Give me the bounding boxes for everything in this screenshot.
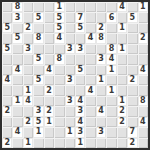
- cell-r5c3: 3: [23, 44, 33, 54]
- cell-r4c13[interactable]: [127, 33, 137, 43]
- cell-r10c1[interactable]: [2, 96, 12, 106]
- cell-r7c5: 4: [44, 65, 54, 75]
- cell-r5c6[interactable]: [54, 44, 64, 54]
- cell-r4c11[interactable]: [106, 33, 116, 43]
- cell-r3c11[interactable]: [106, 23, 116, 33]
- cell-r14c5[interactable]: [44, 138, 54, 148]
- cell-r2c12[interactable]: [117, 12, 127, 22]
- cell-r6c11: 4: [106, 54, 116, 64]
- cell-r2c11: 6: [106, 12, 116, 22]
- cell-r4c3[interactable]: [23, 33, 33, 43]
- cell-r7c14: 4: [138, 65, 148, 75]
- cell-r14c2[interactable]: [12, 138, 22, 148]
- cell-r6c14[interactable]: [138, 54, 148, 64]
- cell-r13c7: 1: [65, 127, 75, 137]
- cell-r7c13[interactable]: [127, 65, 137, 75]
- cell-r8c4: 5: [33, 75, 43, 85]
- cell-r7c10[interactable]: [96, 65, 106, 75]
- minesweeper-board: 8141355765525521584482533381583444514453…: [0, 0, 150, 150]
- cell-r6c9[interactable]: [85, 54, 95, 64]
- cell-r5c13[interactable]: [127, 44, 137, 54]
- cell-r4c2: 5: [12, 33, 22, 43]
- cell-r9c13[interactable]: [127, 85, 137, 95]
- cell-r3c10: 2: [96, 23, 106, 33]
- cell-r3c1: 5: [2, 23, 12, 33]
- cell-r6c5[interactable]: [44, 54, 54, 64]
- cell-r13c6[interactable]: [54, 127, 64, 137]
- cell-r6c6: 8: [54, 54, 64, 64]
- cell-r12c14: 4: [138, 117, 148, 127]
- cell-r8c9[interactable]: [85, 75, 95, 85]
- cell-r9c4[interactable]: [33, 85, 43, 95]
- cell-r8c8[interactable]: [75, 75, 85, 85]
- cell-r5c9[interactable]: [85, 44, 95, 54]
- cell-r9c12[interactable]: [117, 85, 127, 95]
- cell-r8c11[interactable]: [106, 75, 116, 85]
- cell-r11c13[interactable]: [127, 106, 137, 116]
- cell-r6c7[interactable]: [65, 54, 75, 64]
- cell-r2c6: 5: [54, 12, 64, 22]
- cell-r1c6: 1: [54, 2, 64, 12]
- cell-r10c11[interactable]: [106, 96, 116, 106]
- cell-r1c8[interactable]: [75, 2, 85, 12]
- cell-r5c2[interactable]: [12, 44, 22, 54]
- cell-r1c14: 1: [138, 2, 148, 12]
- cell-r2c2: 3: [12, 12, 22, 22]
- cell-r13c13: 7: [127, 127, 137, 137]
- cell-r13c14[interactable]: [138, 127, 148, 137]
- cell-r8c12[interactable]: [117, 75, 127, 85]
- cell-r2c14[interactable]: [138, 12, 148, 22]
- cell-r3c13[interactable]: [127, 23, 137, 33]
- cell-r10c5[interactable]: [44, 96, 54, 106]
- cell-r7c7[interactable]: [65, 65, 75, 75]
- cell-r13c8: 3: [75, 127, 85, 137]
- cell-r12c4: 5: [33, 117, 43, 127]
- cell-r11c5: 2: [44, 106, 54, 116]
- cell-r10c13[interactable]: [127, 96, 137, 106]
- cell-r12c13[interactable]: [127, 117, 137, 127]
- cell-r1c13[interactable]: [127, 2, 137, 12]
- cell-r5c8: 3: [75, 44, 85, 54]
- cell-r7c2: 4: [12, 65, 22, 75]
- cell-r4c1[interactable]: [2, 33, 12, 43]
- cell-r7c4[interactable]: [33, 65, 43, 75]
- cell-r8c10: 1: [96, 75, 106, 85]
- cell-r7c1[interactable]: [2, 65, 12, 75]
- cell-r11c14[interactable]: [138, 106, 148, 116]
- cell-r13c10: 3: [96, 127, 106, 137]
- cell-r12c9[interactable]: [85, 117, 95, 127]
- cell-r8c14[interactable]: [138, 75, 148, 85]
- cell-r2c13: 5: [127, 12, 137, 22]
- cell-r11c1: 2: [2, 106, 12, 116]
- cell-r11c11[interactable]: [106, 106, 116, 116]
- cell-r1c10[interactable]: [96, 2, 106, 12]
- cell-r7c12[interactable]: [117, 65, 127, 75]
- cell-r9c3: 1: [23, 85, 33, 95]
- cell-r6c10: 3: [96, 54, 106, 64]
- cell-r13c4: 1: [33, 127, 43, 137]
- cell-r7c3[interactable]: [23, 65, 33, 75]
- cell-r10c2: 1: [12, 96, 22, 106]
- cell-r14c4[interactable]: [33, 138, 43, 148]
- cell-r2c8: 7: [75, 12, 85, 22]
- cell-r1c9[interactable]: [85, 2, 95, 12]
- cell-r13c5[interactable]: [44, 127, 54, 137]
- cell-r12c2[interactable]: [12, 117, 22, 127]
- cell-r2c5[interactable]: [44, 12, 54, 22]
- cell-r3c12: 1: [117, 23, 127, 33]
- cell-r4c9: 4: [85, 33, 95, 43]
- cell-r7c11: 1: [106, 65, 116, 75]
- cell-r4c14: 2: [138, 33, 148, 43]
- cell-r13c3[interactable]: [23, 127, 33, 137]
- cell-r9c10[interactable]: [96, 85, 106, 95]
- cell-r7c9[interactable]: [85, 65, 95, 75]
- cell-r1c5[interactable]: [44, 2, 54, 12]
- cell-r5c5[interactable]: [44, 44, 54, 54]
- cell-r1c4[interactable]: [33, 2, 43, 12]
- cell-r11c12: 2: [117, 106, 127, 116]
- cell-r3c2[interactable]: [12, 23, 22, 33]
- cell-r10c14: 8: [138, 96, 148, 106]
- cell-r9c14[interactable]: [138, 85, 148, 95]
- cell-r3c5[interactable]: [44, 23, 54, 33]
- cell-r12c12: 2: [117, 117, 127, 127]
- cell-r12c3: 2: [23, 117, 33, 127]
- cell-r1c11[interactable]: [106, 2, 116, 12]
- cell-r12c11[interactable]: [106, 117, 116, 127]
- cell-r11c6[interactable]: [54, 106, 64, 116]
- cell-r12c7[interactable]: [65, 117, 75, 127]
- cell-r1c2: 8: [12, 2, 22, 12]
- cell-r4c5[interactable]: [44, 33, 54, 43]
- cell-r3c8: 5: [75, 23, 85, 33]
- cell-r4c12[interactable]: [117, 33, 127, 43]
- cell-r9c6[interactable]: [54, 85, 64, 95]
- cell-r10c12: 1: [117, 96, 127, 106]
- cell-r8c2[interactable]: [12, 75, 22, 85]
- cell-r14c11[interactable]: [106, 138, 116, 148]
- cell-r13c9[interactable]: [85, 127, 95, 137]
- cell-r3c7[interactable]: [65, 23, 75, 33]
- cell-r14c10[interactable]: [96, 138, 106, 148]
- cell-r8c5[interactable]: [44, 75, 54, 85]
- cell-r8c13: 2: [127, 75, 137, 85]
- cell-r3c3: 2: [23, 23, 33, 33]
- cell-r8c1: 4: [2, 75, 12, 85]
- cell-r10c9[interactable]: [85, 96, 95, 106]
- cell-r14c8: 1: [75, 138, 85, 148]
- cell-r14c14[interactable]: [138, 138, 148, 148]
- cell-r11c10: 4: [96, 106, 106, 116]
- cell-r10c10[interactable]: [96, 96, 106, 106]
- cell-r10c3: 4: [23, 96, 33, 106]
- cell-r6c2[interactable]: [12, 54, 22, 64]
- cell-r2c3[interactable]: [23, 12, 33, 22]
- cell-r9c2[interactable]: [12, 85, 22, 95]
- cell-r5c4[interactable]: [33, 44, 43, 54]
- cell-r6c1[interactable]: [2, 54, 12, 64]
- cell-r4c10: 8: [96, 33, 106, 43]
- cell-r3c4[interactable]: [33, 23, 43, 33]
- cell-r14c13: 2: [127, 138, 137, 148]
- cell-r2c1[interactable]: [2, 12, 12, 22]
- cell-r8c6[interactable]: [54, 75, 64, 85]
- cell-r2c4: 5: [33, 12, 43, 22]
- cell-r3c14[interactable]: [138, 23, 148, 33]
- cell-r14c1: 2: [2, 138, 12, 148]
- cell-r11c7[interactable]: [65, 106, 75, 116]
- cell-r5c11: 8: [106, 44, 116, 54]
- cell-r5c10[interactable]: [96, 44, 106, 54]
- cell-r12c1[interactable]: [2, 117, 12, 127]
- cell-r8c7: 3: [65, 75, 75, 85]
- cell-r14c9[interactable]: [85, 138, 95, 148]
- cell-r1c1[interactable]: [2, 2, 12, 12]
- cell-r6c8[interactable]: [75, 54, 85, 64]
- cell-r9c8[interactable]: [75, 85, 85, 95]
- cell-r11c8: 3: [75, 106, 85, 116]
- cell-r10c8: 4: [75, 96, 85, 106]
- cell-r13c2: 4: [12, 127, 22, 137]
- cell-r12c10[interactable]: [96, 117, 106, 127]
- cell-r14c6[interactable]: [54, 138, 64, 148]
- cell-r13c1[interactable]: [2, 127, 12, 137]
- cell-r11c2[interactable]: [12, 106, 22, 116]
- cell-r14c12[interactable]: [117, 138, 127, 148]
- cell-r3c6: 5: [54, 23, 64, 33]
- cell-r6c3[interactable]: [23, 54, 33, 64]
- cell-r9c9: 4: [85, 85, 95, 95]
- cell-r5c1: 5: [2, 44, 12, 54]
- cell-r6c13[interactable]: [127, 54, 137, 64]
- cell-r5c12: 1: [117, 44, 127, 54]
- cell-r3c9[interactable]: [85, 23, 95, 33]
- cell-r14c3: 1: [23, 138, 33, 148]
- cell-r12c5: 1: [44, 117, 54, 127]
- cell-r9c7[interactable]: [65, 85, 75, 95]
- cell-r5c7: 3: [65, 44, 75, 54]
- cell-r1c3[interactable]: [23, 2, 33, 12]
- cell-r9c11: 1: [106, 85, 116, 95]
- cell-r10c4[interactable]: [33, 96, 43, 106]
- cell-r12c8: 4: [75, 117, 85, 127]
- cell-r2c7[interactable]: [65, 12, 75, 22]
- cell-r10c6[interactable]: [54, 96, 64, 106]
- cell-r13c12[interactable]: [117, 127, 127, 137]
- cell-r9c5: 2: [44, 85, 54, 95]
- cell-r7c6[interactable]: [54, 65, 64, 75]
- cell-r10c7: 3: [65, 96, 75, 106]
- cell-r1c12: 4: [117, 2, 127, 12]
- cell-r1c7[interactable]: [65, 2, 75, 12]
- cell-r8c3[interactable]: [23, 75, 33, 85]
- cell-r7c8: 5: [75, 65, 85, 75]
- cell-r2c9[interactable]: [85, 12, 95, 22]
- cell-r13c11[interactable]: [106, 127, 116, 137]
- cell-r5c14[interactable]: [138, 44, 148, 54]
- cell-r9c1[interactable]: [2, 85, 12, 95]
- cell-r2c10[interactable]: [96, 12, 106, 22]
- cell-r14c7[interactable]: [65, 138, 75, 148]
- cell-r6c4: 5: [33, 54, 43, 64]
- cell-r11c9[interactable]: [85, 106, 95, 116]
- cell-r4c4: 8: [33, 33, 43, 43]
- cell-r12c6[interactable]: [54, 117, 64, 127]
- cell-r4c7[interactable]: [65, 33, 75, 43]
- cell-r4c6: 4: [54, 33, 64, 43]
- cell-r4c8[interactable]: [75, 33, 85, 43]
- cell-r11c3[interactable]: [23, 106, 33, 116]
- cell-r6c12[interactable]: [117, 54, 127, 64]
- cell-r11c4: 3: [33, 106, 43, 116]
